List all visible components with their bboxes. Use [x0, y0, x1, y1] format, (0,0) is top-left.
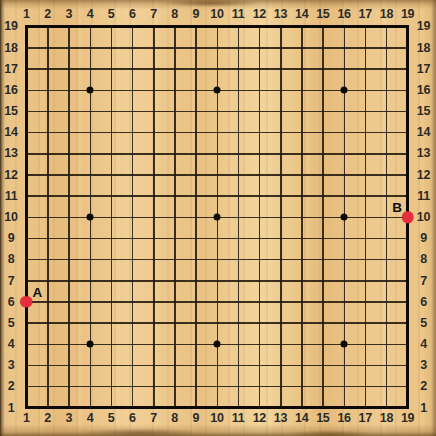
coord-top-9: 9 [193, 7, 200, 21]
coord-bottom-18: 18 [380, 411, 393, 425]
coord-right-14: 14 [417, 125, 430, 139]
coord-left-2: 2 [8, 379, 15, 393]
star-point-16-4 [341, 341, 348, 348]
coord-top-11: 11 [232, 7, 245, 21]
coord-left-7: 7 [8, 274, 15, 288]
coord-top-6: 6 [129, 7, 136, 21]
coord-top-7: 7 [150, 7, 157, 21]
coord-bottom-15: 15 [316, 411, 329, 425]
coord-bottom-1: 1 [23, 411, 30, 425]
coord-top-8: 8 [171, 7, 178, 21]
coord-top-13: 13 [274, 7, 287, 21]
coord-right-4: 4 [420, 337, 427, 351]
coord-left-3: 3 [8, 358, 15, 372]
star-point-16-16 [341, 86, 348, 93]
coord-right-7: 7 [420, 274, 427, 288]
coord-left-12: 12 [4, 168, 17, 182]
star-point-16-10 [341, 214, 348, 221]
coord-bottom-13: 13 [274, 411, 287, 425]
marker-A-dot[interactable] [21, 296, 33, 308]
coord-left-19: 19 [4, 19, 17, 33]
coord-bottom-19: 19 [401, 411, 414, 425]
coord-top-14: 14 [295, 7, 308, 21]
coord-bottom-7: 7 [150, 411, 157, 425]
marker-B-dot[interactable] [402, 211, 414, 223]
coord-right-10: 10 [417, 210, 430, 224]
coord-left-18: 18 [4, 41, 17, 55]
coord-right-9: 9 [420, 231, 427, 245]
coord-top-18: 18 [380, 7, 393, 21]
coord-bottom-2: 2 [44, 411, 51, 425]
coord-top-3: 3 [65, 7, 72, 21]
star-point-10-10 [214, 214, 221, 221]
star-point-4-4 [86, 341, 93, 348]
coord-right-5: 5 [420, 316, 427, 330]
coord-bottom-5: 5 [108, 411, 115, 425]
coord-left-17: 17 [4, 62, 17, 76]
coord-top-10: 10 [210, 7, 223, 21]
coord-left-11: 11 [5, 189, 18, 203]
coord-top-12: 12 [253, 7, 266, 21]
coord-left-13: 13 [4, 146, 17, 160]
coord-bottom-17: 17 [359, 411, 372, 425]
coord-bottom-11: 11 [232, 411, 245, 425]
coord-left-1: 1 [8, 401, 15, 415]
coord-left-9: 9 [8, 231, 15, 245]
coord-bottom-16: 16 [337, 411, 350, 425]
coord-left-15: 15 [4, 104, 17, 118]
coord-right-6: 6 [420, 295, 427, 309]
coord-left-10: 10 [4, 210, 17, 224]
star-point-4-16 [86, 86, 93, 93]
coord-right-11: 11 [417, 189, 430, 203]
coord-top-19: 19 [401, 7, 414, 21]
coord-right-15: 15 [417, 104, 430, 118]
coord-bottom-8: 8 [171, 411, 178, 425]
coord-bottom-6: 6 [129, 411, 136, 425]
marker-B-label: B [392, 200, 402, 215]
coord-right-13: 13 [417, 146, 430, 160]
coord-right-19: 19 [417, 19, 430, 33]
coord-right-1: 1 [420, 401, 427, 415]
coord-left-5: 5 [8, 316, 15, 330]
coord-right-8: 8 [420, 252, 427, 266]
coord-right-16: 16 [417, 83, 430, 97]
coord-bottom-14: 14 [295, 411, 308, 425]
coord-right-3: 3 [420, 358, 427, 372]
coord-left-8: 8 [8, 252, 15, 266]
coord-top-1: 1 [23, 7, 30, 21]
coord-right-17: 17 [417, 62, 430, 76]
coord-bottom-12: 12 [253, 411, 266, 425]
star-point-10-16 [214, 86, 221, 93]
coord-top-16: 16 [337, 7, 350, 21]
coord-top-15: 15 [316, 7, 329, 21]
go-board-diagram: 12345678910111213141516171819 1234567891… [0, 0, 436, 436]
coord-right-12: 12 [417, 168, 430, 182]
coord-top-4: 4 [87, 7, 94, 21]
coord-left-16: 16 [4, 83, 17, 97]
coord-right-18: 18 [417, 41, 430, 55]
star-point-10-4 [214, 341, 221, 348]
coord-left-6: 6 [8, 295, 15, 309]
coord-bottom-10: 10 [210, 411, 223, 425]
coord-bottom-3: 3 [65, 411, 72, 425]
marker-A-label: A [33, 284, 43, 299]
coord-left-14: 14 [4, 125, 17, 139]
coord-right-2: 2 [420, 379, 427, 393]
star-point-4-10 [86, 214, 93, 221]
coord-top-5: 5 [108, 7, 115, 21]
coord-bottom-9: 9 [193, 411, 200, 425]
coord-left-4: 4 [8, 337, 15, 351]
coord-top-17: 17 [359, 7, 372, 21]
coord-top-2: 2 [44, 7, 51, 21]
coord-bottom-4: 4 [87, 411, 94, 425]
